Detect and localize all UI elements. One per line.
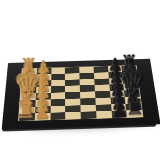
piece-black-pawn[interactable]: ♟ [103,79,136,118]
square-a5[interactable] [81,111,97,118]
board-perspective-wrapper: ♜♞♝♛♚♝♞♜♟♟♟♟♟♟♟♟♟♟♟♟♟♟♟♟♜♞♝♛♚♝♞♜ [3,15,158,160]
piece-white-rook[interactable]: ♜ [10,82,43,121]
chess-board: ♜♞♝♛♚♝♞♜♟♟♟♟♟♟♟♟♟♟♟♟♟♟♟♟♜♞♝♛♚♝♞♜ [2,59,160,130]
board-tilt-wrapper: ♜♞♝♛♚♝♞♜♟♟♟♟♟♟♟♟♟♟♟♟♟♟♟♟♜♞♝♛♚♝♞♜ [0,0,160,160]
scene: ♜♞♝♛♚♝♞♜♟♟♟♟♟♟♟♟♟♟♟♟♟♟♟♟♜♞♝♛♚♝♞♜ [0,0,160,160]
square-a4[interactable] [65,112,80,119]
